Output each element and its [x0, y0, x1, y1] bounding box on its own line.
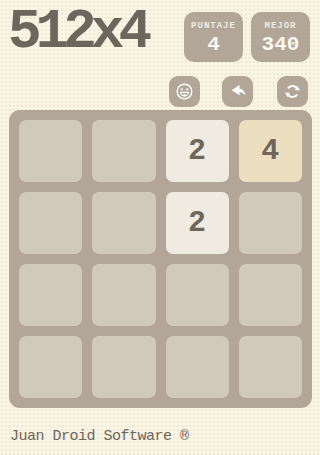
footer-credit: Juan Droid Software ® — [10, 428, 189, 445]
tile-4: 4 — [239, 120, 302, 182]
refresh-icon — [283, 82, 302, 101]
empty-cell — [19, 192, 82, 254]
empty-cell — [239, 264, 302, 326]
tile-2: 2 — [166, 192, 229, 254]
page-title: 512x4 — [8, 2, 146, 62]
empty-cell — [92, 120, 155, 182]
empty-cell — [239, 336, 302, 398]
empty-cell — [166, 336, 229, 398]
board[interactable]: 242 — [9, 110, 312, 408]
best-score-value: 340 — [251, 33, 310, 56]
undo-button[interactable] — [222, 76, 253, 107]
restart-button[interactable] — [277, 76, 308, 107]
best-score-box: MEJOR 340 — [251, 12, 310, 62]
empty-cell — [166, 264, 229, 326]
empty-cell — [19, 264, 82, 326]
empty-cell — [239, 192, 302, 254]
empty-cell — [92, 336, 155, 398]
best-score-label: MEJOR — [251, 21, 310, 31]
empty-cell — [19, 336, 82, 398]
smiley-face-icon — [175, 82, 194, 101]
undo-arrow-icon — [229, 83, 247, 101]
app-root: 512x4 PUNTAJE 4 MEJOR 340 — [0, 0, 320, 455]
empty-cell — [92, 192, 155, 254]
score-box: PUNTAJE 4 — [184, 12, 243, 62]
score-value: 4 — [184, 33, 243, 56]
mood-button[interactable] — [169, 76, 200, 107]
empty-cell — [92, 264, 155, 326]
tile-2: 2 — [166, 120, 229, 182]
score-label: PUNTAJE — [184, 21, 243, 31]
empty-cell — [19, 120, 82, 182]
